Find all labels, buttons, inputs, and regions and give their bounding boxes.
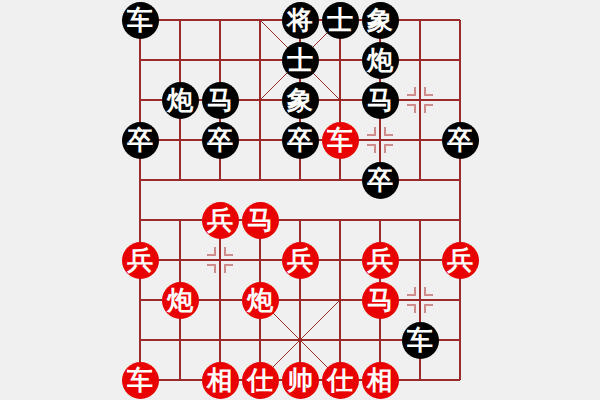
point-marker-bracket <box>424 304 433 313</box>
piece-black-elephant[interactable]: 象 <box>282 82 319 119</box>
piece-black-chariot[interactable]: 车 <box>122 2 159 39</box>
point-marker-bracket <box>424 287 433 296</box>
piece-black-cannon[interactable]: 炮 <box>362 42 399 79</box>
piece-red-chariot[interactable]: 车 <box>322 122 359 159</box>
point-marker-bracket <box>384 144 393 153</box>
piece-black-horse[interactable]: 马 <box>362 82 399 119</box>
point-marker-bracket <box>407 87 416 96</box>
piece-red-elephant[interactable]: 相 <box>362 362 399 399</box>
piece-red-advisor[interactable]: 仕 <box>322 362 359 399</box>
piece-red-horse[interactable]: 马 <box>362 282 399 319</box>
point-marker-bracket <box>367 144 376 153</box>
piece-black-soldier[interactable]: 卒 <box>282 122 319 159</box>
piece-red-elephant[interactable]: 相 <box>202 362 239 399</box>
piece-red-horse[interactable]: 马 <box>242 202 279 239</box>
xiangqi-board[interactable]: 车将士象士炮炮马象马卒卒卒车卒卒兵马兵兵兵兵炮炮马车车相仕帅仕相 <box>0 0 600 400</box>
point-marker-bracket <box>424 104 433 113</box>
point-marker <box>407 287 433 313</box>
piece-black-cannon[interactable]: 炮 <box>162 82 199 119</box>
piece-red-soldier[interactable]: 兵 <box>442 242 479 279</box>
piece-black-horse[interactable]: 马 <box>202 82 239 119</box>
point-marker-bracket <box>207 247 216 256</box>
piece-red-soldier[interactable]: 兵 <box>362 242 399 279</box>
point-marker <box>407 87 433 113</box>
point-marker-bracket <box>384 127 393 136</box>
point-marker-bracket <box>224 247 233 256</box>
piece-red-general[interactable]: 帅 <box>282 362 319 399</box>
piece-black-chariot[interactable]: 车 <box>402 322 439 359</box>
point-marker-bracket <box>424 87 433 96</box>
point-marker-bracket <box>367 127 376 136</box>
piece-red-soldier[interactable]: 兵 <box>122 242 159 279</box>
piece-red-cannon[interactable]: 炮 <box>162 282 199 319</box>
point-marker-bracket <box>207 264 216 273</box>
piece-red-soldier[interactable]: 兵 <box>282 242 319 279</box>
piece-red-cannon[interactable]: 炮 <box>242 282 279 319</box>
point-marker <box>367 127 393 153</box>
piece-black-general[interactable]: 将 <box>282 2 319 39</box>
point-marker-bracket <box>407 287 416 296</box>
point-marker-bracket <box>407 304 416 313</box>
piece-black-advisor[interactable]: 士 <box>322 2 359 39</box>
point-marker <box>207 247 233 273</box>
point-marker-bracket <box>224 264 233 273</box>
piece-red-soldier[interactable]: 兵 <box>202 202 239 239</box>
piece-black-soldier[interactable]: 卒 <box>442 122 479 159</box>
piece-red-chariot[interactable]: 车 <box>122 362 159 399</box>
piece-red-advisor[interactable]: 仕 <box>242 362 279 399</box>
piece-black-elephant[interactable]: 象 <box>362 2 399 39</box>
screen: 车将士象士炮炮马象马卒卒卒车卒卒兵马兵兵兵兵炮炮马车车相仕帅仕相 <box>0 0 600 400</box>
piece-black-soldier[interactable]: 卒 <box>362 162 399 199</box>
piece-black-soldier[interactable]: 卒 <box>122 122 159 159</box>
piece-black-soldier[interactable]: 卒 <box>202 122 239 159</box>
piece-black-advisor[interactable]: 士 <box>282 42 319 79</box>
point-marker-bracket <box>407 104 416 113</box>
